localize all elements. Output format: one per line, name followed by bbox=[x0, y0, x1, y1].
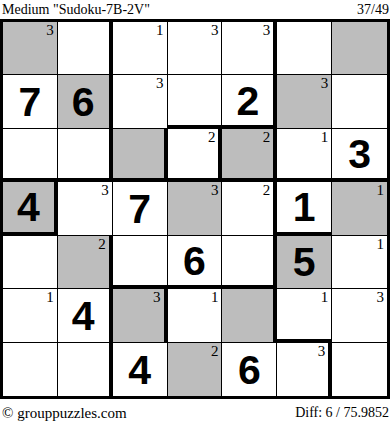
cell-r2c7[interactable] bbox=[332, 75, 387, 128]
small-corner-digit: 1 bbox=[211, 289, 219, 306]
cell-r5c4[interactable]: 6 bbox=[168, 236, 223, 289]
big-digit: 4 bbox=[17, 187, 40, 228]
small-corner-digit: 1 bbox=[377, 236, 385, 253]
page-title: Medium "Sudoku-7B-2V" bbox=[2, 2, 150, 18]
cell-r2c4[interactable] bbox=[168, 75, 223, 128]
small-corner-digit: 2 bbox=[208, 129, 216, 146]
small-corner-digit: 3 bbox=[211, 182, 219, 199]
cell-r5c2[interactable]: 2 bbox=[58, 236, 113, 289]
cell-r4c2[interactable]: 3 bbox=[58, 182, 113, 235]
big-digit: 7 bbox=[128, 189, 151, 230]
small-corner-digit: 3 bbox=[211, 22, 219, 39]
cell-r6c5[interactable] bbox=[222, 289, 277, 342]
small-corner-digit: 2 bbox=[98, 236, 106, 253]
small-corner-digit: 1 bbox=[377, 182, 385, 199]
cell-r4c1[interactable]: 4 bbox=[3, 182, 58, 235]
small-corner-digit: 3 bbox=[321, 75, 329, 92]
cell-r5c7[interactable]: 1 bbox=[332, 236, 387, 289]
cell-r3c5[interactable]: 2 bbox=[222, 129, 277, 182]
cell-r4c7[interactable]: 1 bbox=[332, 182, 387, 235]
cell-r3c2[interactable] bbox=[58, 129, 113, 182]
big-digit: 1 bbox=[293, 187, 316, 228]
small-corner-digit: 3 bbox=[318, 343, 326, 360]
big-digit: 2 bbox=[236, 81, 259, 122]
big-digit: 6 bbox=[238, 350, 261, 391]
cell-r6c3[interactable]: 3 bbox=[113, 289, 168, 342]
cell-r6c1[interactable]: 1 bbox=[3, 289, 58, 342]
cell-r3c6[interactable]: 1 bbox=[277, 129, 332, 182]
cell-r5c1[interactable] bbox=[3, 236, 58, 289]
small-corner-digit: 2 bbox=[211, 343, 219, 360]
cell-r7c3[interactable]: 4 bbox=[113, 343, 168, 396]
cell-r1c7[interactable] bbox=[332, 22, 387, 75]
cell-r7c5[interactable]: 6 bbox=[222, 343, 277, 396]
small-corner-digit: 3 bbox=[156, 75, 164, 92]
cell-r2c2[interactable]: 6 bbox=[58, 75, 113, 128]
cell-r2c3[interactable]: 3 bbox=[113, 75, 168, 128]
small-corner-digit: 2 bbox=[263, 129, 271, 146]
copyright-link[interactable]: © grouppuzzles.com bbox=[2, 405, 127, 422]
puzzle-page: Medium "Sudoku-7B-2V" 37/49 313376323221… bbox=[0, 0, 391, 426]
cell-r6c2[interactable]: 4 bbox=[58, 289, 113, 342]
big-digit: 4 bbox=[72, 296, 95, 337]
small-corner-digit: 3 bbox=[153, 289, 161, 306]
cell-r1c6[interactable] bbox=[277, 22, 332, 75]
small-corner-digit: 3 bbox=[377, 289, 385, 306]
small-corner-digit: 3 bbox=[46, 22, 54, 39]
cell-r2c5[interactable]: 2 bbox=[222, 75, 277, 128]
cell-r1c4[interactable]: 3 bbox=[168, 22, 223, 75]
small-corner-digit: 1 bbox=[321, 129, 329, 146]
cell-r4c5[interactable]: 2 bbox=[222, 182, 277, 235]
cell-r7c7[interactable] bbox=[332, 343, 387, 396]
cell-r3c7[interactable]: 3 bbox=[332, 129, 387, 182]
cell-r7c1[interactable] bbox=[3, 343, 58, 396]
big-digit: 4 bbox=[128, 350, 151, 391]
big-digit: 7 bbox=[19, 82, 42, 123]
cell-r1c3[interactable]: 1 bbox=[113, 22, 168, 75]
big-digit: 5 bbox=[293, 242, 316, 283]
big-digit: 6 bbox=[72, 82, 95, 123]
cell-r3c3[interactable] bbox=[113, 129, 168, 182]
cell-r1c2[interactable] bbox=[58, 22, 113, 75]
footer: © grouppuzzles.com Diff: 6 / 75.9852 bbox=[0, 399, 391, 426]
difficulty-label: Diff: 6 / 75.9852 bbox=[295, 405, 389, 421]
cell-r1c1[interactable]: 3 bbox=[3, 22, 58, 75]
big-digit: 3 bbox=[348, 134, 371, 175]
cell-r2c6[interactable]: 3 bbox=[277, 75, 332, 128]
cell-r7c6[interactable]: 3 bbox=[277, 343, 332, 396]
cell-r7c4[interactable]: 2 bbox=[168, 343, 223, 396]
cell-r6c7[interactable]: 3 bbox=[332, 289, 387, 342]
small-corner-digit: 2 bbox=[263, 182, 271, 199]
cell-r4c3[interactable]: 7 bbox=[113, 182, 168, 235]
cell-r6c4[interactable]: 1 bbox=[168, 289, 223, 342]
cell-r1c5[interactable]: 3 bbox=[222, 22, 277, 75]
small-corner-digit: 1 bbox=[156, 22, 164, 39]
header: Medium "Sudoku-7B-2V" 37/49 bbox=[0, 0, 391, 19]
cell-r7c2[interactable] bbox=[58, 343, 113, 396]
cell-r4c4[interactable]: 3 bbox=[168, 182, 223, 235]
cell-r6c6[interactable]: 1 bbox=[277, 289, 332, 342]
progress-counter: 37/49 bbox=[357, 2, 389, 18]
small-corner-digit: 3 bbox=[101, 182, 109, 199]
small-corner-digit: 1 bbox=[46, 289, 54, 306]
cell-r5c5[interactable] bbox=[222, 236, 277, 289]
small-corner-digit: 3 bbox=[263, 22, 271, 39]
cell-r2c1[interactable]: 7 bbox=[3, 75, 58, 128]
cell-r3c1[interactable] bbox=[3, 129, 58, 182]
cell-r5c6[interactable]: 5 bbox=[277, 236, 332, 289]
big-digit: 6 bbox=[183, 241, 206, 282]
sudoku-grid: 3133763232213437321126511431134263 bbox=[0, 19, 390, 399]
small-corner-digit: 1 bbox=[321, 289, 329, 306]
cell-r3c4[interactable]: 2 bbox=[168, 129, 223, 182]
cell-r5c3[interactable] bbox=[113, 236, 168, 289]
cell-r4c6[interactable]: 1 bbox=[277, 182, 332, 235]
